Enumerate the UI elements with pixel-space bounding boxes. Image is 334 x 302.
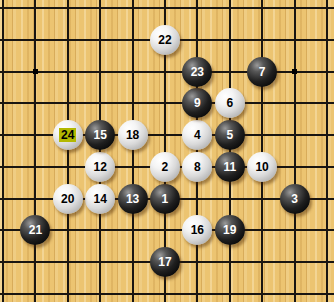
stone-move-number: 5: [226, 129, 233, 141]
stone-black-17[interactable]: 17: [150, 247, 180, 277]
stone-black-9[interactable]: 9: [182, 88, 212, 118]
stone-black-15[interactable]: 15: [85, 120, 115, 150]
stone-white-4[interactable]: 4: [182, 120, 212, 150]
grid-line-vertical: [326, 0, 328, 302]
stone-move-number: 23: [191, 66, 204, 78]
stone-move-number: 17: [158, 256, 171, 268]
stone-black-13[interactable]: 13: [118, 184, 148, 214]
stone-white-10[interactable]: 10: [247, 152, 277, 182]
stone-move-number: 12: [93, 161, 106, 173]
stone-move-number: 18: [126, 129, 139, 141]
last-move-number-highlighted: 24: [59, 128, 76, 142]
stone-move-number: 15: [93, 129, 106, 141]
stones-layer: 123456789101112131415161718192021222324: [0, 0, 321, 294]
stone-white-8[interactable]: 8: [182, 152, 212, 182]
stone-move-number: 20: [61, 193, 74, 205]
stone-black-1[interactable]: 1: [150, 184, 180, 214]
stone-move-number: 2: [162, 161, 169, 173]
stone-move-number: 13: [126, 193, 139, 205]
stone-black-5[interactable]: 5: [215, 120, 245, 150]
stone-white-2[interactable]: 2: [150, 152, 180, 182]
stone-white-12[interactable]: 12: [85, 152, 115, 182]
stone-white-6[interactable]: 6: [215, 88, 245, 118]
stone-black-21[interactable]: 21: [20, 215, 50, 245]
stone-white-16[interactable]: 16: [182, 215, 212, 245]
stone-black-7[interactable]: 7: [247, 57, 277, 87]
stone-move-number: 4: [194, 129, 201, 141]
stone-black-11[interactable]: 11: [215, 152, 245, 182]
go-board[interactable]: 123456789101112131415161718192021222324: [0, 0, 334, 302]
stone-move-number: 11: [223, 161, 236, 173]
stone-move-number: 14: [93, 193, 106, 205]
stone-white-20[interactable]: 20: [53, 184, 83, 214]
stone-move-number: 21: [29, 224, 42, 236]
stone-move-number: 1: [162, 193, 169, 205]
stone-white-14[interactable]: 14: [85, 184, 115, 214]
stone-black-3[interactable]: 3: [280, 184, 310, 214]
stone-move-number: 22: [158, 34, 171, 46]
stone-move-number: 8: [194, 161, 201, 173]
stone-white-18[interactable]: 18: [118, 120, 148, 150]
stone-move-number: 3: [291, 193, 298, 205]
stone-move-number: 7: [259, 66, 266, 78]
stone-white-22[interactable]: 22: [150, 25, 180, 55]
stone-move-number: 6: [226, 97, 233, 109]
stone-move-number: 19: [223, 224, 236, 236]
stone-black-19[interactable]: 19: [215, 215, 245, 245]
stone-black-23[interactable]: 23: [182, 57, 212, 87]
stone-move-number: 16: [191, 224, 204, 236]
stone-move-number: 9: [194, 97, 201, 109]
stone-move-number: 10: [255, 161, 268, 173]
stone-white-24[interactable]: 24: [53, 120, 83, 150]
